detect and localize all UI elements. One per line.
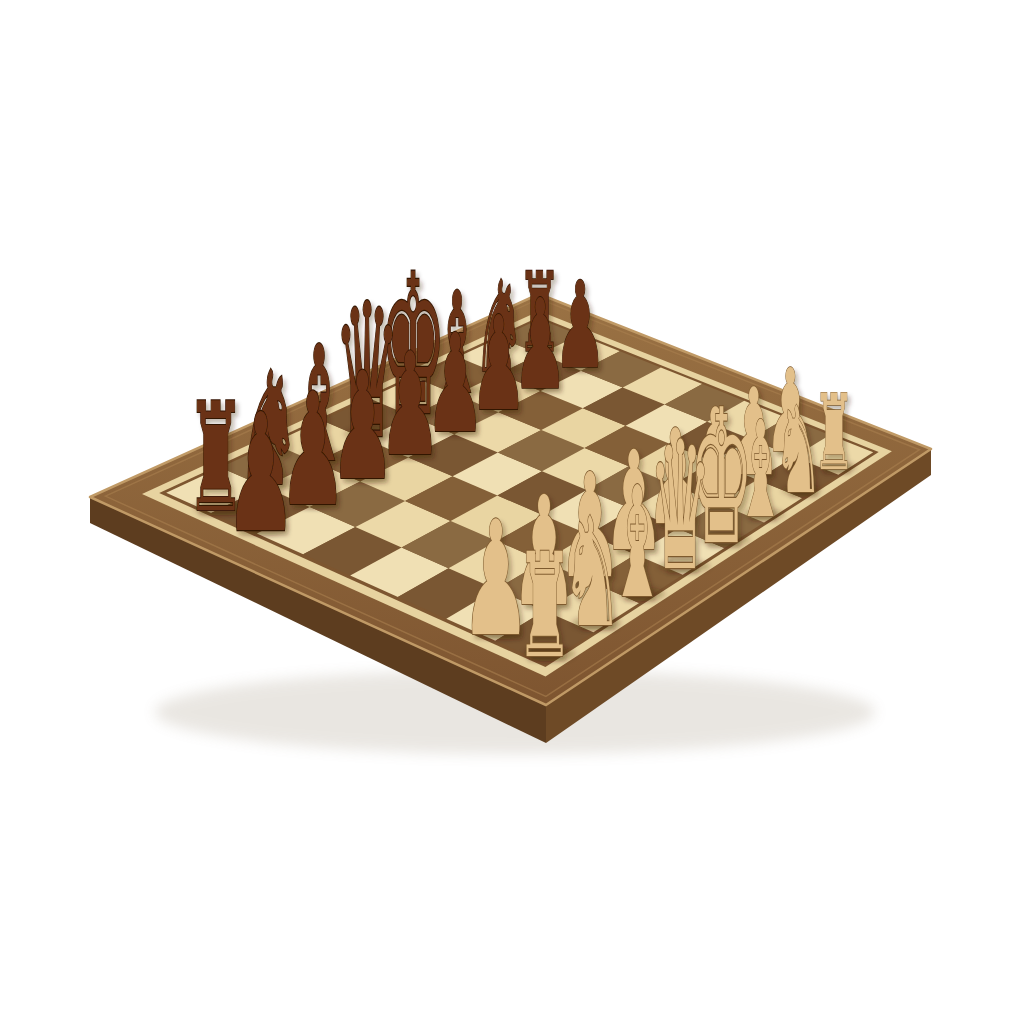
chessboard: ♜♟♞♟♝♟♚♟♛♟♟♝♜♟♟♞♞♟♟♜♝♟♟♚♟♛♟♝♟♞♟♜ [0, 0, 1024, 1024]
piece-white-rook-a1: ♜ [516, 522, 573, 690]
product-photo: ♜♟♞♟♝♟♚♟♛♟♟♝♜♟♟♞♞♟♟♜♝♟♟♚♟♛♟♝♟♞♟♜ [0, 0, 1024, 1024]
piece-black-pawn-a7: ♟ [225, 378, 298, 568]
